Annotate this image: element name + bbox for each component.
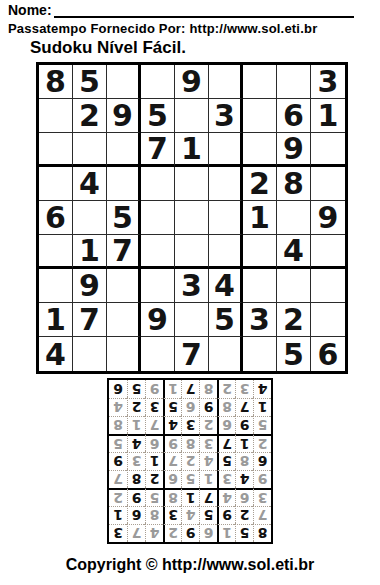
puzzle-cell: 1	[175, 133, 209, 167]
solution-cell: 6	[163, 470, 181, 488]
solution-cell: 1	[199, 470, 217, 488]
solution-cell: 4	[127, 434, 145, 452]
solution-cell: 7	[109, 470, 127, 488]
solution-cell: 2	[217, 380, 235, 398]
solution-cell: 4	[235, 470, 253, 488]
puzzle-cell[interactable]	[311, 269, 345, 303]
solution-cell: 7	[217, 434, 235, 452]
solution-cell: 3	[127, 452, 145, 470]
puzzle-cell: 9	[73, 269, 107, 303]
solution-cell: 3	[217, 470, 235, 488]
puzzle-cell: 7	[107, 235, 141, 269]
solution-cell: 1	[235, 434, 253, 452]
solution-cell: 2	[163, 524, 181, 542]
solution-cell: 1	[163, 380, 181, 398]
provided-by-text: Passatempo Fornecido Por: http://www.sol…	[8, 21, 317, 36]
puzzle-cell: 4	[39, 337, 73, 371]
puzzle-cell: 6	[311, 337, 345, 371]
puzzle-cell: 3	[175, 269, 209, 303]
solution-cell: 4	[163, 416, 181, 434]
puzzle-grid: 859329536171942865191749341795324756	[36, 62, 348, 374]
solution-cell: 4	[145, 524, 163, 542]
solution-cell: 6	[109, 380, 127, 398]
solution-cell: 8	[217, 398, 235, 416]
puzzle-cell[interactable]	[39, 167, 73, 201]
puzzle-cell: 3	[311, 65, 345, 99]
puzzle-cell[interactable]	[175, 303, 209, 337]
puzzle-cell: 2	[277, 303, 311, 337]
solution-cell: 7	[127, 524, 145, 542]
puzzle-cell: 7	[175, 337, 209, 371]
copyright-text: Copyright © http://www.sol.eti.br	[0, 556, 380, 574]
solution-grid: 8516924737295438613647185929431562876854…	[107, 378, 273, 544]
puzzle-cell[interactable]	[107, 65, 141, 99]
puzzle-cell[interactable]	[175, 167, 209, 201]
puzzle-cell[interactable]	[107, 269, 141, 303]
puzzle-cell[interactable]	[311, 133, 345, 167]
puzzle-cell: 5	[209, 303, 243, 337]
puzzle-cell: 9	[175, 65, 209, 99]
puzzle-cell: 9	[141, 303, 175, 337]
solution-cell: 4	[199, 452, 217, 470]
puzzle-cell[interactable]	[311, 167, 345, 201]
solution-cell: 8	[163, 488, 181, 506]
puzzle-cell[interactable]	[39, 235, 73, 269]
solution-cell: 6	[145, 434, 163, 452]
puzzle-cell: 2	[243, 167, 277, 201]
solution-cell: 8	[199, 380, 217, 398]
solution-cell: 6	[199, 524, 217, 542]
puzzle-cell: 7	[73, 303, 107, 337]
puzzle-cell[interactable]	[243, 99, 277, 133]
solution-cell: 9	[109, 452, 127, 470]
solution-cell: 5	[163, 398, 181, 416]
solution-cell: 2	[199, 416, 217, 434]
solution-cell: 1	[181, 488, 199, 506]
puzzle-cell[interactable]	[311, 303, 345, 337]
solution-cell: 8	[181, 434, 199, 452]
solution-cell: 9	[235, 416, 253, 434]
name-row: Nome:	[8, 2, 354, 18]
puzzle-cell[interactable]	[73, 337, 107, 371]
puzzle-cell[interactable]	[209, 65, 243, 99]
solution-cell: 1	[217, 524, 235, 542]
solution-cell: 6	[127, 506, 145, 524]
solution-cell: 2	[127, 398, 145, 416]
puzzle-cell: 9	[311, 201, 345, 235]
solution-cell: 5	[127, 380, 145, 398]
solution-cell: 5	[181, 470, 199, 488]
puzzle-cell[interactable]	[73, 133, 107, 167]
puzzle-cell[interactable]	[209, 337, 243, 371]
solution-cell: 4	[109, 398, 127, 416]
puzzle-cell: 8	[277, 167, 311, 201]
puzzle-cell[interactable]	[141, 201, 175, 235]
solution-cell: 6	[235, 488, 253, 506]
puzzle-cell: 5	[141, 99, 175, 133]
solution-cell: 9	[163, 434, 181, 452]
solution-cell: 9	[199, 398, 217, 416]
solution-cell: 5	[253, 416, 271, 434]
puzzle-cell: 1	[311, 99, 345, 133]
name-label: Nome:	[8, 2, 52, 18]
solution-cell: 1	[127, 416, 145, 434]
solution-cell: 5	[199, 506, 217, 524]
puzzle-cell[interactable]	[243, 269, 277, 303]
solution-cell: 5	[109, 434, 127, 452]
puzzle-cell[interactable]	[277, 269, 311, 303]
puzzle-cell: 9	[277, 133, 311, 167]
solution-cell: 3	[145, 398, 163, 416]
puzzle-cell: 1	[243, 201, 277, 235]
puzzle-cell[interactable]	[311, 235, 345, 269]
puzzle-cell[interactable]	[107, 167, 141, 201]
puzzle-cell: 8	[39, 65, 73, 99]
solution-cell: 3	[181, 416, 199, 434]
puzzle-cell[interactable]	[209, 167, 243, 201]
puzzle-cell[interactable]	[277, 65, 311, 99]
puzzle-cell[interactable]	[141, 235, 175, 269]
puzzle-cell: 3	[209, 99, 243, 133]
solution-cell: 6	[217, 416, 235, 434]
puzzle-cell: 5	[107, 201, 141, 235]
puzzle-cell: 1	[39, 303, 73, 337]
puzzle-cell[interactable]	[39, 269, 73, 303]
solution-cell: 1	[253, 398, 271, 416]
solution-cell: 3	[109, 524, 127, 542]
puzzle-cell: 9	[107, 99, 141, 133]
solution-cell: 4	[181, 506, 199, 524]
puzzle-cell[interactable]	[175, 235, 209, 269]
puzzle-cell[interactable]	[243, 337, 277, 371]
solution-cell: 4	[253, 380, 271, 398]
puzzle-cell: 4	[277, 235, 311, 269]
solution-cell: 7	[199, 488, 217, 506]
name-write-line[interactable]	[54, 2, 354, 18]
puzzle-cell[interactable]	[175, 99, 209, 133]
solution-cell: 2	[181, 452, 199, 470]
solution-cell: 8	[109, 416, 127, 434]
solution-cell: 9	[181, 524, 199, 542]
solution-cell: 8	[235, 452, 253, 470]
puzzle-cell: 7	[141, 133, 175, 167]
puzzle-cell: 6	[277, 99, 311, 133]
solution-cell: 9	[127, 488, 145, 506]
puzzle-cell[interactable]	[141, 65, 175, 99]
solution-cell: 9	[253, 470, 271, 488]
page: Nome: Passatempo Fornecido Por: http://w…	[0, 0, 380, 585]
solution-cell: 6	[181, 398, 199, 416]
puzzle-cell[interactable]	[209, 235, 243, 269]
solution-cell: 7	[253, 506, 271, 524]
solution-cell: 2	[145, 470, 163, 488]
solution-cell: 2	[235, 506, 253, 524]
solution-cell: 3	[253, 488, 271, 506]
solution-cell: 9	[145, 380, 163, 398]
puzzle-cell: 5	[277, 337, 311, 371]
puzzle-cell[interactable]	[141, 167, 175, 201]
solution-cell: 2	[109, 488, 127, 506]
solution-cell: 7	[235, 398, 253, 416]
puzzle-cell[interactable]	[39, 99, 73, 133]
puzzle-cell[interactable]	[141, 269, 175, 303]
puzzle-cell[interactable]	[209, 133, 243, 167]
solution-cell: 6	[253, 452, 271, 470]
solution-cell: 8	[127, 470, 145, 488]
puzzle-cell[interactable]	[39, 133, 73, 167]
solution-cell: 8	[253, 524, 271, 542]
solution-cell: 3	[235, 380, 253, 398]
puzzle-cell[interactable]	[73, 201, 107, 235]
puzzle-cell[interactable]	[209, 201, 243, 235]
solution-cell: 2	[253, 434, 271, 452]
solution-cell: 5	[217, 452, 235, 470]
solution-cell: 9	[217, 506, 235, 524]
solution-cell: 7	[163, 452, 181, 470]
puzzle-cell[interactable]	[243, 65, 277, 99]
puzzle-cell: 5	[73, 65, 107, 99]
puzzle-cell[interactable]	[107, 337, 141, 371]
puzzle-cell[interactable]	[107, 133, 141, 167]
puzzle-cell[interactable]	[175, 201, 209, 235]
solution-cell: 5	[235, 524, 253, 542]
puzzle-cell[interactable]	[107, 303, 141, 337]
puzzle-cell[interactable]	[277, 201, 311, 235]
page-title: Sudoku Nível Fácil.	[30, 38, 186, 58]
solution-cell: 5	[145, 488, 163, 506]
solution-cell: 7	[145, 416, 163, 434]
solution-cell: 4	[217, 488, 235, 506]
solution-cell: 1	[145, 452, 163, 470]
solution-cell: 7	[181, 380, 199, 398]
puzzle-cell: 3	[243, 303, 277, 337]
puzzle-cell[interactable]	[243, 235, 277, 269]
puzzle-cell: 4	[73, 167, 107, 201]
solution-cell: 3	[163, 506, 181, 524]
solution-cell: 3	[199, 434, 217, 452]
puzzle-cell[interactable]	[141, 337, 175, 371]
puzzle-cell[interactable]	[243, 133, 277, 167]
puzzle-cell: 6	[39, 201, 73, 235]
solution-cell: 1	[109, 506, 127, 524]
puzzle-cell: 1	[73, 235, 107, 269]
puzzle-cell: 4	[209, 269, 243, 303]
solution-cell: 8	[145, 506, 163, 524]
puzzle-cell: 2	[73, 99, 107, 133]
